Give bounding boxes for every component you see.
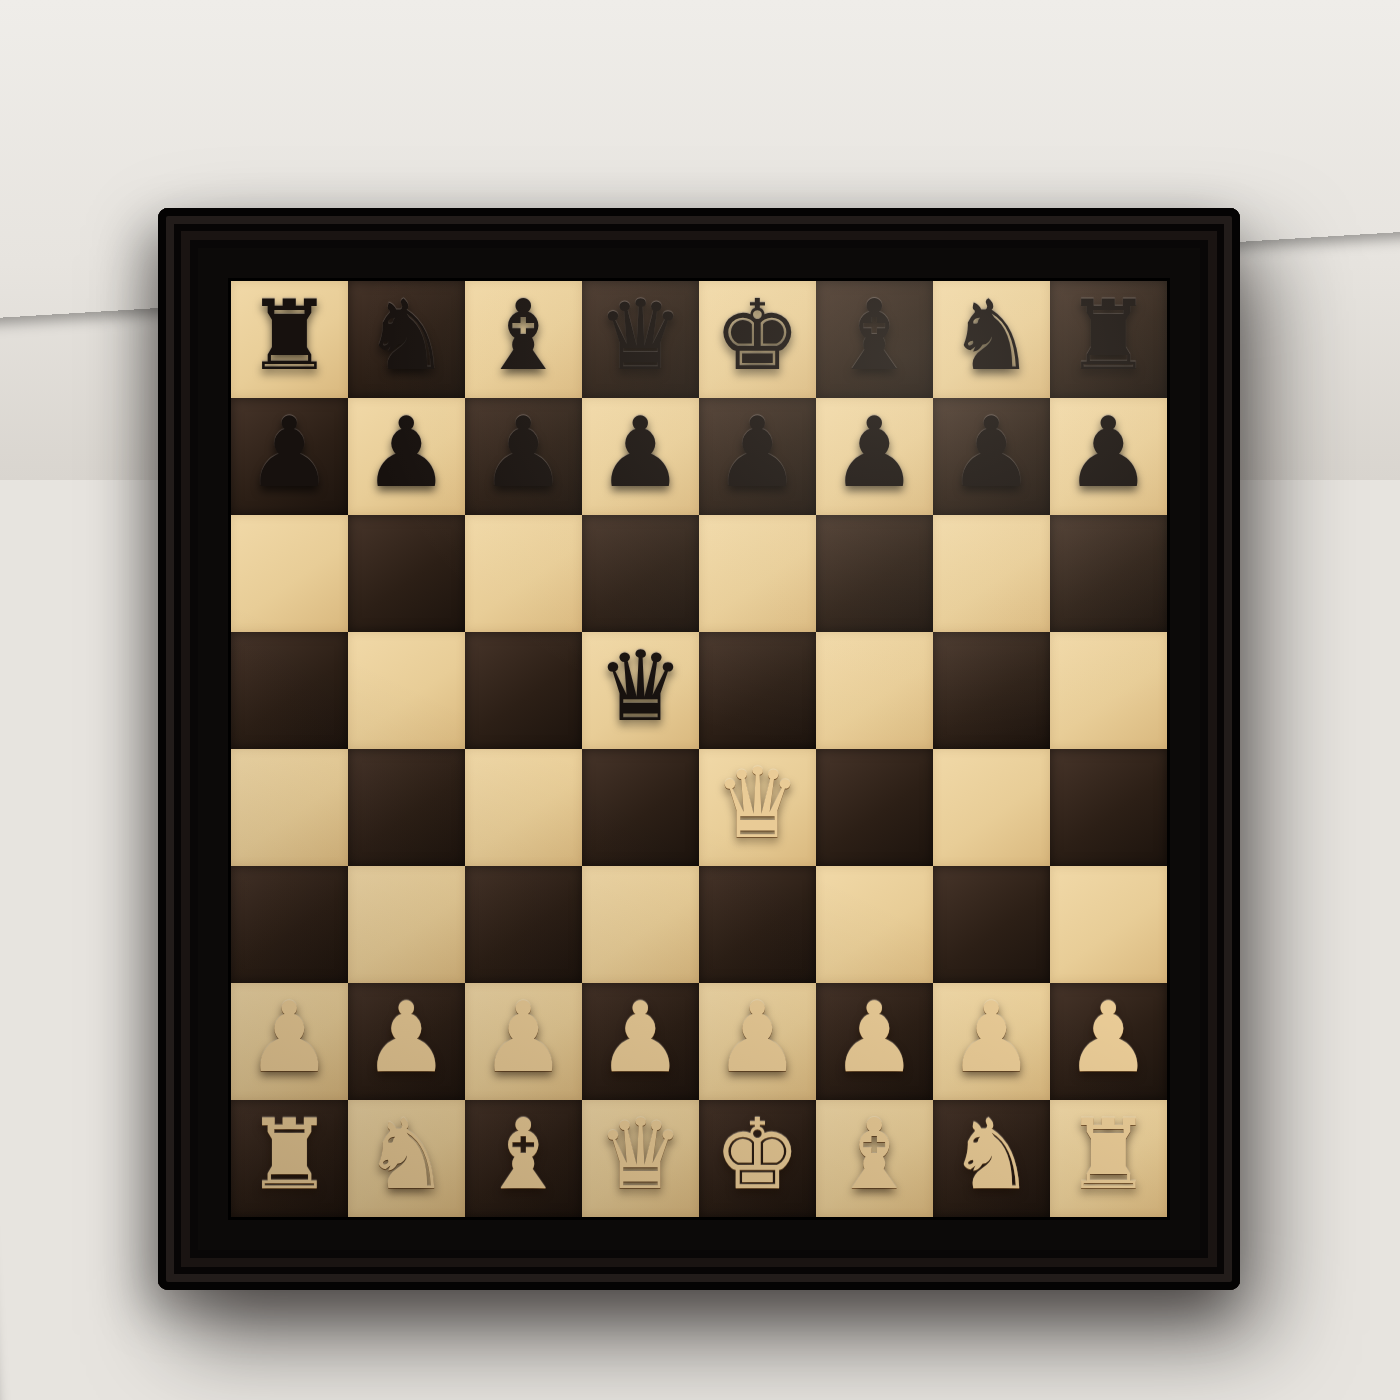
square-e3[interactable] bbox=[699, 866, 816, 983]
piece-black-pawn-d7[interactable]: ♟ bbox=[597, 404, 684, 501]
square-b5[interactable] bbox=[348, 632, 465, 749]
square-e1[interactable]: ♚ bbox=[699, 1100, 816, 1217]
piece-black-pawn-b7[interactable]: ♟ bbox=[363, 404, 450, 501]
square-d2[interactable]: ♟ bbox=[582, 983, 699, 1100]
piece-white-pawn-c2[interactable]: ♟ bbox=[480, 989, 567, 1086]
square-a7[interactable]: ♟ bbox=[231, 398, 348, 515]
piece-black-knight-g8[interactable]: ♞ bbox=[948, 287, 1035, 384]
square-a5[interactable] bbox=[231, 632, 348, 749]
square-d1[interactable]: ♛ bbox=[582, 1100, 699, 1217]
piece-black-knight-b8[interactable]: ♞ bbox=[363, 287, 450, 384]
square-f3[interactable] bbox=[816, 866, 933, 983]
square-b2[interactable]: ♟ bbox=[348, 983, 465, 1100]
square-f7[interactable]: ♟ bbox=[816, 398, 933, 515]
piece-white-queen-d1[interactable]: ♛ bbox=[597, 1106, 684, 1203]
square-d5[interactable]: ♛ bbox=[582, 632, 699, 749]
piece-white-knight-b1[interactable]: ♞ bbox=[363, 1106, 450, 1203]
piece-black-pawn-g7[interactable]: ♟ bbox=[948, 404, 1035, 501]
square-f1[interactable]: ♝ bbox=[816, 1100, 933, 1217]
piece-black-rook-a8[interactable]: ♜ bbox=[246, 287, 333, 384]
piece-white-rook-h1[interactable]: ♜ bbox=[1065, 1106, 1152, 1203]
square-b4[interactable] bbox=[348, 749, 465, 866]
piece-black-pawn-e7[interactable]: ♟ bbox=[714, 404, 801, 501]
square-h6[interactable] bbox=[1050, 515, 1167, 632]
square-g5[interactable] bbox=[933, 632, 1050, 749]
piece-black-bishop-f8[interactable]: ♝ bbox=[831, 287, 918, 384]
square-a8[interactable]: ♜ bbox=[231, 281, 348, 398]
square-c8[interactable]: ♝ bbox=[465, 281, 582, 398]
square-e5[interactable] bbox=[699, 632, 816, 749]
piece-black-pawn-c7[interactable]: ♟ bbox=[480, 404, 567, 501]
square-g6[interactable] bbox=[933, 515, 1050, 632]
square-d4[interactable] bbox=[582, 749, 699, 866]
square-b7[interactable]: ♟ bbox=[348, 398, 465, 515]
square-h8[interactable]: ♜ bbox=[1050, 281, 1167, 398]
piece-white-pawn-f2[interactable]: ♟ bbox=[831, 989, 918, 1086]
piece-black-bishop-c8[interactable]: ♝ bbox=[480, 287, 567, 384]
square-e2[interactable]: ♟ bbox=[699, 983, 816, 1100]
square-h1[interactable]: ♜ bbox=[1050, 1100, 1167, 1217]
square-c5[interactable] bbox=[465, 632, 582, 749]
piece-white-pawn-d2[interactable]: ♟ bbox=[597, 989, 684, 1086]
square-g8[interactable]: ♞ bbox=[933, 281, 1050, 398]
square-b6[interactable] bbox=[348, 515, 465, 632]
square-f4[interactable] bbox=[816, 749, 933, 866]
square-f6[interactable] bbox=[816, 515, 933, 632]
square-h4[interactable] bbox=[1050, 749, 1167, 866]
square-a1[interactable]: ♜ bbox=[231, 1100, 348, 1217]
piece-white-pawn-e2[interactable]: ♟ bbox=[714, 989, 801, 1086]
piece-white-pawn-g2[interactable]: ♟ bbox=[948, 989, 1035, 1086]
square-f8[interactable]: ♝ bbox=[816, 281, 933, 398]
square-c4[interactable] bbox=[465, 749, 582, 866]
piece-black-rook-h8[interactable]: ♜ bbox=[1065, 287, 1152, 384]
chess-board: ♜♞♝♛♚♝♞♜♟♟♟♟♟♟♟♟♛♛♟♟♟♟♟♟♟♟♜♞♝♛♚♝♞♜ bbox=[231, 281, 1167, 1217]
square-b3[interactable] bbox=[348, 866, 465, 983]
square-d3[interactable] bbox=[582, 866, 699, 983]
piece-white-pawn-b2[interactable]: ♟ bbox=[363, 989, 450, 1086]
piece-black-pawn-a7[interactable]: ♟ bbox=[246, 404, 333, 501]
square-g1[interactable]: ♞ bbox=[933, 1100, 1050, 1217]
square-d8[interactable]: ♛ bbox=[582, 281, 699, 398]
piece-black-pawn-h7[interactable]: ♟ bbox=[1065, 404, 1152, 501]
square-g3[interactable] bbox=[933, 866, 1050, 983]
chess-board-frame: ♜♞♝♛♚♝♞♜♟♟♟♟♟♟♟♟♛♛♟♟♟♟♟♟♟♟♜♞♝♛♚♝♞♜ bbox=[158, 208, 1240, 1290]
square-h5[interactable] bbox=[1050, 632, 1167, 749]
piece-black-queen-d8[interactable]: ♛ bbox=[597, 287, 684, 384]
square-g7[interactable]: ♟ bbox=[933, 398, 1050, 515]
square-b8[interactable]: ♞ bbox=[348, 281, 465, 398]
square-a6[interactable] bbox=[231, 515, 348, 632]
square-g4[interactable] bbox=[933, 749, 1050, 866]
square-f5[interactable] bbox=[816, 632, 933, 749]
square-e4[interactable]: ♛ bbox=[699, 749, 816, 866]
square-b1[interactable]: ♞ bbox=[348, 1100, 465, 1217]
square-e8[interactable]: ♚ bbox=[699, 281, 816, 398]
square-h7[interactable]: ♟ bbox=[1050, 398, 1167, 515]
piece-white-queen-e4[interactable]: ♛ bbox=[714, 755, 801, 852]
square-h3[interactable] bbox=[1050, 866, 1167, 983]
square-a3[interactable] bbox=[231, 866, 348, 983]
piece-white-king-e1[interactable]: ♚ bbox=[714, 1106, 801, 1203]
square-c1[interactable]: ♝ bbox=[465, 1100, 582, 1217]
piece-white-bishop-c1[interactable]: ♝ bbox=[480, 1106, 567, 1203]
square-a2[interactable]: ♟ bbox=[231, 983, 348, 1100]
square-a4[interactable] bbox=[231, 749, 348, 866]
square-c7[interactable]: ♟ bbox=[465, 398, 582, 515]
square-e7[interactable]: ♟ bbox=[699, 398, 816, 515]
square-c6[interactable] bbox=[465, 515, 582, 632]
square-d6[interactable] bbox=[582, 515, 699, 632]
square-h2[interactable]: ♟ bbox=[1050, 983, 1167, 1100]
piece-white-pawn-a2[interactable]: ♟ bbox=[246, 989, 333, 1086]
piece-black-pawn-f7[interactable]: ♟ bbox=[831, 404, 918, 501]
piece-white-bishop-f1[interactable]: ♝ bbox=[831, 1106, 918, 1203]
square-c3[interactable] bbox=[465, 866, 582, 983]
piece-white-pawn-h2[interactable]: ♟ bbox=[1065, 989, 1152, 1086]
square-e6[interactable] bbox=[699, 515, 816, 632]
square-f2[interactable]: ♟ bbox=[816, 983, 933, 1100]
square-c2[interactable]: ♟ bbox=[465, 983, 582, 1100]
piece-black-queen-d5[interactable]: ♛ bbox=[597, 638, 684, 735]
square-g2[interactable]: ♟ bbox=[933, 983, 1050, 1100]
piece-white-rook-a1[interactable]: ♜ bbox=[246, 1106, 333, 1203]
piece-white-knight-g1[interactable]: ♞ bbox=[948, 1106, 1035, 1203]
piece-black-king-e8[interactable]: ♚ bbox=[714, 287, 801, 384]
square-d7[interactable]: ♟ bbox=[582, 398, 699, 515]
